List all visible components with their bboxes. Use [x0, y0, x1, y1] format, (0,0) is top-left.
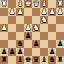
square-f6[interactable]: ♞: [16, 40, 24, 48]
black-pawn-g7[interactable]: ♟: [9, 48, 16, 56]
black-pawn-e5[interactable]: ♟: [25, 32, 32, 40]
square-a2[interactable]: ♟: [56, 8, 64, 16]
square-h4[interactable]: ♟: [0, 24, 8, 32]
square-e7[interactable]: [24, 48, 32, 56]
square-d2[interactable]: [32, 8, 40, 16]
square-f1[interactable]: ♝: [16, 0, 24, 8]
black-pawn-h7[interactable]: ♟: [1, 48, 8, 56]
square-h7[interactable]: ♟: [0, 48, 8, 56]
white-pawn-c2[interactable]: ♟: [41, 8, 48, 16]
white-pawn-h4[interactable]: ♟: [1, 24, 8, 32]
square-b7[interactable]: ♟: [48, 48, 56, 56]
square-e3[interactable]: [24, 16, 32, 24]
black-pawn-d6[interactable]: ♟: [33, 40, 40, 48]
square-g3[interactable]: [8, 16, 16, 24]
square-a4[interactable]: [56, 24, 64, 32]
square-b4[interactable]: [48, 24, 56, 32]
square-c8[interactable]: ♝: [40, 56, 48, 64]
square-f7[interactable]: ♟: [16, 48, 24, 56]
square-h6[interactable]: [0, 40, 8, 48]
black-rook-a8[interactable]: ♜: [57, 56, 64, 64]
square-b2[interactable]: ♟: [48, 8, 56, 16]
white-knight-d4[interactable]: ♞: [33, 24, 40, 32]
square-g7[interactable]: ♟: [8, 48, 16, 56]
square-g1[interactable]: [8, 0, 16, 8]
white-rook-h1[interactable]: ♜: [1, 0, 8, 8]
square-g8[interactable]: [8, 56, 16, 64]
square-f4[interactable]: [16, 24, 24, 32]
square-b5[interactable]: [48, 32, 56, 40]
square-f8[interactable]: ♝: [16, 56, 24, 64]
square-a7[interactable]: [56, 48, 64, 56]
square-a8[interactable]: ♜: [56, 56, 64, 64]
square-e6[interactable]: [24, 40, 32, 48]
white-king-e1[interactable]: ♚: [25, 0, 32, 8]
square-e4[interactable]: ♟: [24, 24, 32, 32]
black-queen-d8[interactable]: ♛: [33, 56, 40, 64]
square-g5[interactable]: [8, 32, 16, 40]
square-c4[interactable]: [40, 24, 48, 32]
square-f5[interactable]: [16, 32, 24, 40]
square-d8[interactable]: ♛: [32, 56, 40, 64]
black-pawn-b7[interactable]: ♟: [49, 48, 56, 56]
white-knight-c3[interactable]: ♞: [41, 16, 48, 24]
square-d1[interactable]: ♛: [32, 0, 40, 8]
black-bishop-f8[interactable]: ♝: [17, 56, 24, 64]
square-e2[interactable]: [24, 8, 32, 16]
square-a3[interactable]: [56, 16, 64, 24]
white-pawn-g2[interactable]: ♟: [9, 8, 16, 16]
square-h2[interactable]: [0, 8, 8, 16]
white-rook-a1[interactable]: ♜: [57, 0, 64, 8]
square-b1[interactable]: [48, 0, 56, 8]
square-a1[interactable]: ♜: [56, 0, 64, 8]
square-a5[interactable]: [56, 32, 64, 40]
black-rook-h8[interactable]: ♜: [1, 56, 8, 64]
square-h3[interactable]: [0, 16, 8, 24]
square-d3[interactable]: [32, 16, 40, 24]
square-c1[interactable]: ♝: [40, 0, 48, 8]
square-d4[interactable]: ♞: [32, 24, 40, 32]
square-e8[interactable]: ♚: [24, 56, 32, 64]
black-knight-f6[interactable]: ♞: [17, 40, 24, 48]
square-c6[interactable]: [40, 40, 48, 48]
square-c5[interactable]: [40, 32, 48, 40]
square-g4[interactable]: [8, 24, 16, 32]
white-pawn-e4[interactable]: ♟: [25, 24, 32, 32]
white-queen-d1[interactable]: ♛: [33, 0, 40, 8]
black-pawn-f7[interactable]: ♟: [17, 48, 24, 56]
square-c3[interactable]: ♞: [40, 16, 48, 24]
chess-board: ♜♝♚♛♝♜♟♟♟♟♟♞♟♟♞♟♞♟♟♟♟♟♟♜♝♚♛♝♞♜: [0, 0, 64, 64]
white-pawn-a2[interactable]: ♟: [57, 8, 64, 16]
white-pawn-f2[interactable]: ♟: [17, 8, 24, 16]
square-g6[interactable]: [8, 40, 16, 48]
square-d6[interactable]: ♟: [32, 40, 40, 48]
square-c7[interactable]: [40, 48, 48, 56]
square-h1[interactable]: ♜: [0, 0, 8, 8]
black-bishop-c8[interactable]: ♝: [41, 56, 48, 64]
square-b6[interactable]: [48, 40, 56, 48]
square-d7[interactable]: [32, 48, 40, 56]
square-b8[interactable]: ♞: [48, 56, 56, 64]
black-pawn-a6[interactable]: ♟: [57, 40, 64, 48]
square-e1[interactable]: ♚: [24, 0, 32, 8]
square-f3[interactable]: [16, 16, 24, 24]
square-b3[interactable]: [48, 16, 56, 24]
white-pawn-b2[interactable]: ♟: [49, 8, 56, 16]
square-e5[interactable]: ♟: [24, 32, 32, 40]
square-h8[interactable]: ♜: [0, 56, 8, 64]
square-g2[interactable]: ♟: [8, 8, 16, 16]
square-f2[interactable]: ♟: [16, 8, 24, 16]
black-king-e8[interactable]: ♚: [25, 56, 32, 64]
white-bishop-f1[interactable]: ♝: [17, 0, 24, 8]
white-bishop-c1[interactable]: ♝: [41, 0, 48, 8]
square-d5[interactable]: [32, 32, 40, 40]
square-a6[interactable]: ♟: [56, 40, 64, 48]
black-knight-b8[interactable]: ♞: [49, 56, 56, 64]
square-h5[interactable]: [0, 32, 8, 40]
square-c2[interactable]: ♟: [40, 8, 48, 16]
